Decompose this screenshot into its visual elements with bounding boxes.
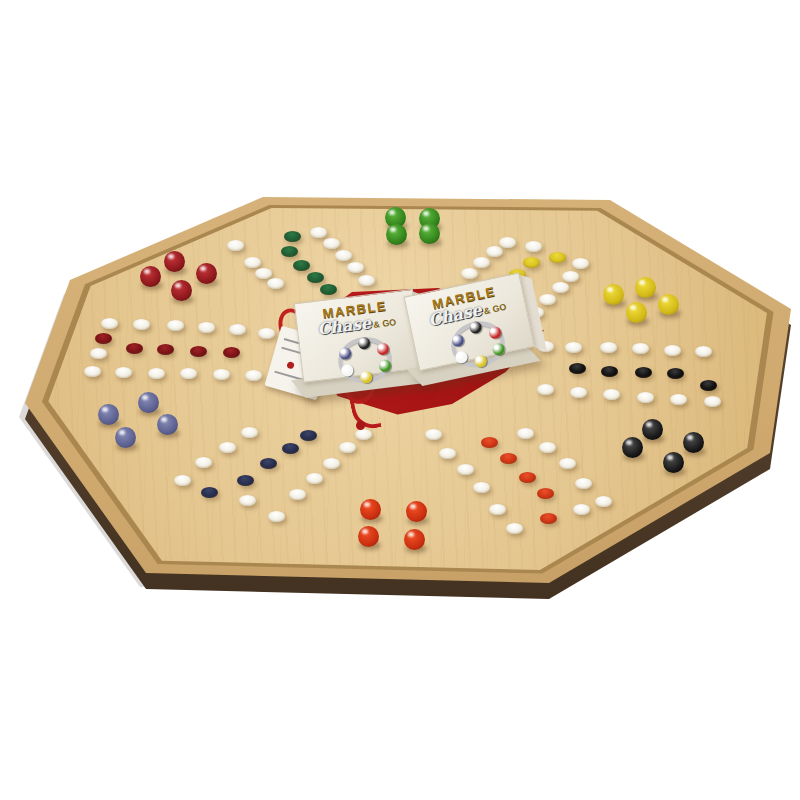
- track-hole[interactable]: [565, 342, 582, 353]
- track-hole[interactable]: [255, 268, 272, 279]
- track-hole[interactable]: [664, 345, 681, 356]
- blue-marble[interactable]: [138, 392, 159, 413]
- track-hole[interactable]: [572, 258, 589, 269]
- track-hole[interactable]: [244, 257, 261, 268]
- black-hole[interactable]: [635, 367, 652, 378]
- track-hole[interactable]: [539, 442, 556, 453]
- drawstring-cord-knot: [356, 421, 365, 430]
- track-hole[interactable]: [213, 369, 230, 380]
- track-hole[interactable]: [499, 237, 516, 248]
- track-hole[interactable]: [241, 427, 258, 438]
- ring-marble-dot: [339, 347, 352, 360]
- red-marble[interactable]: [164, 251, 185, 272]
- red-marble[interactable]: [171, 280, 192, 301]
- track-hole[interactable]: [355, 429, 372, 440]
- product-photo-scene: MARBLE Chase& GO MARBLE Chase& GO: [0, 0, 800, 800]
- blue-marble[interactable]: [98, 404, 119, 425]
- orange-hole[interactable]: [500, 453, 517, 464]
- box-subtitle-go: & GO: [483, 302, 508, 317]
- track-hole[interactable]: [457, 464, 474, 475]
- track-hole[interactable]: [323, 458, 340, 469]
- blue-marble[interactable]: [157, 414, 178, 435]
- track-hole[interactable]: [229, 324, 246, 335]
- track-hole[interactable]: [537, 384, 554, 395]
- track-hole[interactable]: [323, 238, 340, 249]
- blue-hole[interactable]: [237, 475, 254, 486]
- green-hole[interactable]: [320, 284, 337, 295]
- red-hole[interactable]: [157, 344, 174, 355]
- track-hole[interactable]: [227, 240, 244, 251]
- track-hole[interactable]: [573, 504, 590, 515]
- ring-marble-dot: [340, 363, 353, 376]
- black-hole[interactable]: [700, 380, 717, 391]
- blue-hole[interactable]: [282, 443, 299, 454]
- track-hole[interactable]: [539, 294, 556, 305]
- track-hole[interactable]: [575, 478, 592, 489]
- red-hole[interactable]: [223, 347, 240, 358]
- green-marble[interactable]: [386, 224, 407, 245]
- track-hole[interactable]: [517, 428, 534, 439]
- track-hole[interactable]: [473, 482, 490, 493]
- track-hole[interactable]: [489, 504, 506, 515]
- track-hole[interactable]: [486, 246, 503, 257]
- blue-hole[interactable]: [201, 487, 218, 498]
- orange-hole[interactable]: [519, 472, 536, 483]
- yellow-marble[interactable]: [635, 277, 656, 298]
- green-hole[interactable]: [284, 231, 301, 242]
- yellow-marble[interactable]: [658, 294, 679, 315]
- track-hole[interactable]: [506, 523, 523, 534]
- orange-hole[interactable]: [537, 488, 554, 499]
- track-hole[interactable]: [670, 394, 687, 405]
- track-hole[interactable]: [637, 392, 654, 403]
- track-hole[interactable]: [198, 322, 215, 333]
- track-hole[interactable]: [195, 457, 212, 468]
- blue-hole[interactable]: [300, 430, 317, 441]
- track-hole[interactable]: [358, 275, 375, 286]
- yellow-marble[interactable]: [603, 284, 624, 305]
- track-hole[interactable]: [632, 343, 649, 354]
- ring-marble-dot: [357, 336, 370, 349]
- track-hole[interactable]: [339, 442, 356, 453]
- ring-marble-dot: [377, 343, 390, 356]
- track-hole[interactable]: [570, 387, 587, 398]
- ring-marble-dot: [488, 326, 502, 340]
- track-hole[interactable]: [425, 429, 442, 440]
- box-lid: MARBLE Chase& GO: [294, 289, 423, 383]
- black-marble[interactable]: [663, 452, 684, 473]
- track-hole[interactable]: [268, 511, 285, 522]
- track-hole[interactable]: [84, 366, 101, 377]
- orange-marble[interactable]: [404, 529, 425, 550]
- yellow-hole[interactable]: [549, 252, 566, 263]
- black-marble[interactable]: [622, 437, 643, 458]
- red-hole[interactable]: [190, 346, 207, 357]
- green-hole[interactable]: [307, 272, 324, 283]
- track-hole[interactable]: [306, 473, 323, 484]
- ring-marble-dot: [360, 370, 373, 383]
- track-hole[interactable]: [704, 396, 721, 407]
- track-hole[interactable]: [267, 278, 284, 289]
- track-hole[interactable]: [603, 389, 620, 400]
- orange-marble[interactable]: [406, 501, 427, 522]
- track-hole[interactable]: [461, 268, 478, 279]
- ring-marble-dot: [468, 321, 482, 335]
- ring-marble-dot: [378, 360, 391, 373]
- track-hole[interactable]: [559, 458, 576, 469]
- green-hole[interactable]: [281, 246, 298, 257]
- track-hole[interactable]: [245, 370, 262, 381]
- track-hole[interactable]: [167, 320, 184, 331]
- track-hole[interactable]: [439, 448, 456, 459]
- track-hole[interactable]: [90, 348, 107, 359]
- track-hole[interactable]: [239, 495, 256, 506]
- green-hole[interactable]: [293, 260, 310, 271]
- track-hole[interactable]: [180, 368, 197, 379]
- red-hole[interactable]: [126, 343, 143, 354]
- black-hole[interactable]: [569, 363, 586, 374]
- black-marble[interactable]: [642, 419, 663, 440]
- red-marble[interactable]: [196, 263, 217, 284]
- track-hole[interactable]: [695, 346, 712, 357]
- track-hole[interactable]: [562, 271, 579, 282]
- track-hole[interactable]: [133, 319, 150, 330]
- track-hole[interactable]: [101, 318, 118, 329]
- card-red-seal: [286, 361, 295, 370]
- red-hole[interactable]: [95, 333, 112, 344]
- yellow-marble[interactable]: [626, 302, 647, 323]
- track-hole[interactable]: [115, 367, 132, 378]
- track-hole[interactable]: [174, 475, 191, 486]
- ring-marble-dot: [454, 350, 468, 364]
- track-hole[interactable]: [552, 282, 569, 293]
- black-hole[interactable]: [667, 368, 684, 379]
- orange-hole[interactable]: [540, 513, 557, 524]
- track-hole[interactable]: [258, 328, 275, 339]
- orange-marble[interactable]: [360, 499, 381, 520]
- track-hole[interactable]: [219, 442, 236, 453]
- yellow-hole[interactable]: [523, 257, 540, 268]
- box-subtitle-go: & GO: [373, 317, 397, 330]
- ring-marble-dot: [451, 333, 465, 347]
- track-hole[interactable]: [347, 262, 364, 273]
- blue-marble[interactable]: [115, 427, 136, 448]
- blue-hole[interactable]: [260, 458, 277, 469]
- marble-box-1: MARBLE Chase& GO: [294, 289, 421, 381]
- track-hole[interactable]: [473, 257, 490, 268]
- track-hole[interactable]: [600, 342, 617, 353]
- orange-marble[interactable]: [358, 526, 379, 547]
- green-marble[interactable]: [419, 223, 440, 244]
- track-hole[interactable]: [595, 496, 612, 507]
- track-hole[interactable]: [310, 227, 327, 238]
- red-marble[interactable]: [140, 266, 161, 287]
- black-marble[interactable]: [683, 432, 704, 453]
- track-hole[interactable]: [335, 250, 352, 261]
- track-hole[interactable]: [148, 368, 165, 379]
- black-hole[interactable]: [601, 366, 618, 377]
- orange-hole[interactable]: [481, 437, 498, 448]
- track-hole[interactable]: [289, 489, 306, 500]
- track-hole[interactable]: [525, 241, 542, 252]
